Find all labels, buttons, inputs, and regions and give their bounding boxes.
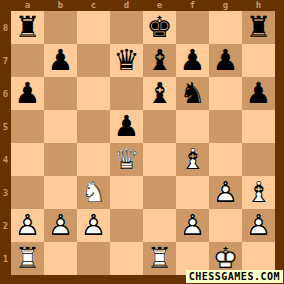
square-b2: ♟♙: [44, 209, 77, 242]
black-pawn: ♟: [176, 44, 209, 77]
square-d1: [110, 242, 143, 275]
file-label-b: b: [44, 0, 77, 11]
file-label-f: f: [176, 0, 209, 11]
black-rook: ♜: [242, 11, 275, 44]
square-h3: ♝♗: [242, 176, 275, 209]
square-c5: [77, 110, 110, 143]
square-g3: ♟♙: [209, 176, 242, 209]
file-label-c: c: [77, 0, 110, 11]
rank-label-1: 1: [0, 242, 11, 275]
square-d4: ♛♕: [110, 143, 143, 176]
black-queen: ♛: [110, 44, 143, 77]
square-c1: [77, 242, 110, 275]
white-pawn: ♙: [209, 176, 242, 209]
square-d5: ♟: [110, 110, 143, 143]
white-knight-fill: ♞: [77, 176, 110, 209]
black-rook: ♜: [11, 11, 44, 44]
black-pawn: ♟: [209, 44, 242, 77]
white-queen: ♕: [110, 143, 143, 176]
square-b7: ♟: [44, 44, 77, 77]
square-b3: [44, 176, 77, 209]
square-g5: [209, 110, 242, 143]
square-f3: [176, 176, 209, 209]
chess-diagram: abcdefgh 87654321 ♜♚♜♟♛♝♟♟♟♝♞♟♟♛♕♝♗♞♘♟♙♝…: [0, 0, 284, 284]
square-f4: ♝♗: [176, 143, 209, 176]
square-h8: ♜: [242, 11, 275, 44]
square-h4: [242, 143, 275, 176]
square-c3: ♞♘: [77, 176, 110, 209]
square-f8: [176, 11, 209, 44]
square-h7: [242, 44, 275, 77]
black-knight: ♞: [176, 77, 209, 110]
rank-labels: 87654321: [0, 11, 11, 275]
square-e7: ♝: [143, 44, 176, 77]
square-e6: ♝: [143, 77, 176, 110]
white-bishop-fill: ♝: [176, 143, 209, 176]
file-label-e: e: [143, 0, 176, 11]
square-f7: ♟: [176, 44, 209, 77]
black-pawn: ♟: [11, 77, 44, 110]
white-pawn: ♙: [242, 209, 275, 242]
board: ♜♚♜♟♛♝♟♟♟♝♞♟♟♛♕♝♗♞♘♟♙♝♗♟♙♟♙♟♙♟♙♟♙♜♖♜♖♚♔: [11, 11, 275, 275]
white-pawn-fill: ♟: [11, 209, 44, 242]
square-e2: [143, 209, 176, 242]
square-b8: [44, 11, 77, 44]
file-label-h: h: [242, 0, 275, 11]
file-labels: abcdefgh: [11, 0, 275, 11]
file-label-d: d: [110, 0, 143, 11]
white-pawn-fill: ♟: [209, 176, 242, 209]
square-a8: ♜: [11, 11, 44, 44]
rank-label-4: 4: [0, 143, 11, 176]
file-label-a: a: [11, 0, 44, 11]
white-rook: ♖: [11, 242, 44, 275]
black-pawn: ♟: [242, 77, 275, 110]
white-pawn-fill: ♟: [44, 209, 77, 242]
rank-label-2: 2: [0, 209, 11, 242]
black-pawn: ♟: [110, 110, 143, 143]
black-bishop: ♝: [143, 44, 176, 77]
white-queen-fill: ♛: [110, 143, 143, 176]
rank-label-7: 7: [0, 44, 11, 77]
white-rook: ♖: [143, 242, 176, 275]
file-label-g: g: [209, 0, 242, 11]
white-knight: ♘: [77, 176, 110, 209]
square-g7: ♟: [209, 44, 242, 77]
square-d6: [110, 77, 143, 110]
square-e8: ♚: [143, 11, 176, 44]
square-b4: [44, 143, 77, 176]
black-pawn: ♟: [44, 44, 77, 77]
square-a4: [11, 143, 44, 176]
square-g8: [209, 11, 242, 44]
square-a6: ♟: [11, 77, 44, 110]
square-a7: [11, 44, 44, 77]
square-h5: [242, 110, 275, 143]
square-c2: ♟♙: [77, 209, 110, 242]
square-c4: [77, 143, 110, 176]
white-pawn-fill: ♟: [176, 209, 209, 242]
rank-label-6: 6: [0, 77, 11, 110]
square-h6: ♟: [242, 77, 275, 110]
square-a3: [11, 176, 44, 209]
square-d7: ♛: [110, 44, 143, 77]
chessgames-watermark: CHESSGAMES.COM: [186, 270, 283, 283]
rank-label-8: 8: [0, 11, 11, 44]
black-bishop: ♝: [143, 77, 176, 110]
rank-label-5: 5: [0, 110, 11, 143]
white-pawn: ♙: [77, 209, 110, 242]
white-rook-fill: ♜: [143, 242, 176, 275]
square-e5: [143, 110, 176, 143]
square-g6: [209, 77, 242, 110]
rank-label-3: 3: [0, 176, 11, 209]
square-b1: [44, 242, 77, 275]
white-bishop: ♗: [242, 176, 275, 209]
black-king: ♚: [143, 11, 176, 44]
square-d3: [110, 176, 143, 209]
square-c8: [77, 11, 110, 44]
square-g2: [209, 209, 242, 242]
square-a2: ♟♙: [11, 209, 44, 242]
square-f2: ♟♙: [176, 209, 209, 242]
square-d2: [110, 209, 143, 242]
white-rook-fill: ♜: [11, 242, 44, 275]
square-f6: ♞: [176, 77, 209, 110]
square-a1: ♜♖: [11, 242, 44, 275]
square-h2: ♟♙: [242, 209, 275, 242]
white-bishop-fill: ♝: [242, 176, 275, 209]
square-g4: [209, 143, 242, 176]
white-bishop: ♗: [176, 143, 209, 176]
square-e4: [143, 143, 176, 176]
white-pawn: ♙: [44, 209, 77, 242]
square-b6: [44, 77, 77, 110]
white-pawn-fill: ♟: [77, 209, 110, 242]
square-c7: [77, 44, 110, 77]
square-e3: [143, 176, 176, 209]
square-d8: [110, 11, 143, 44]
white-pawn: ♙: [176, 209, 209, 242]
white-pawn-fill: ♟: [242, 209, 275, 242]
square-a5: [11, 110, 44, 143]
square-f5: [176, 110, 209, 143]
square-e1: ♜♖: [143, 242, 176, 275]
square-b5: [44, 110, 77, 143]
white-pawn: ♙: [11, 209, 44, 242]
square-c6: [77, 77, 110, 110]
